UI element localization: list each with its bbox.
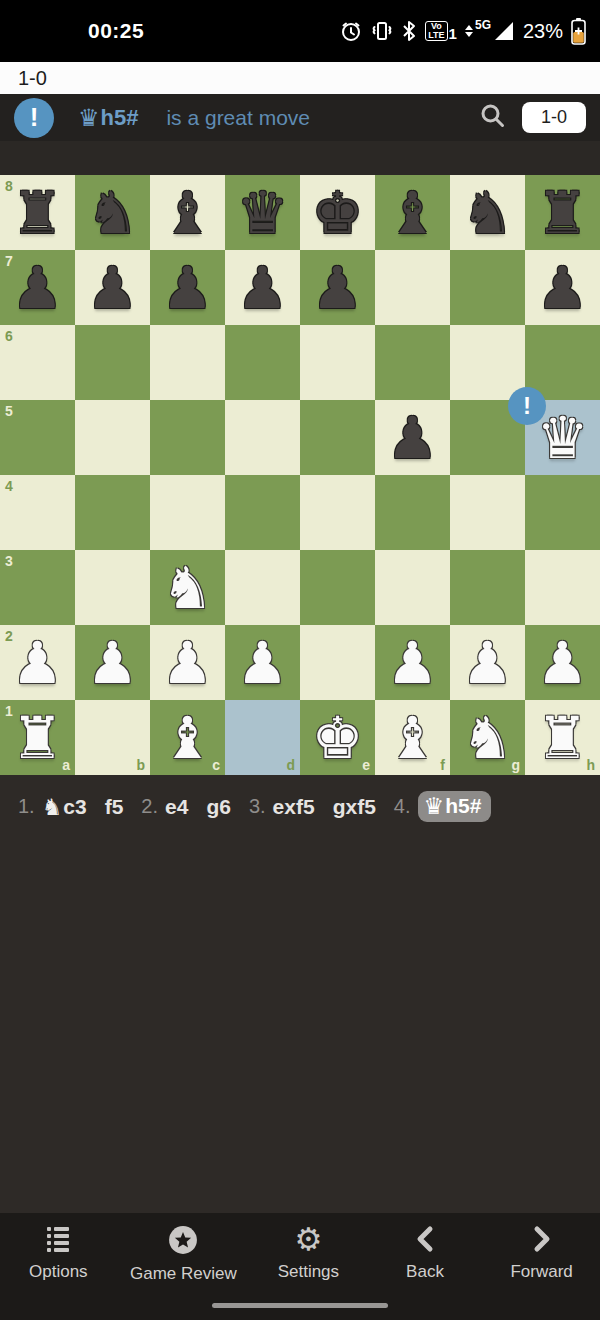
move-san[interactable]: exf5 bbox=[273, 795, 315, 819]
game-review-label: Game Review bbox=[130, 1264, 237, 1284]
game-review-button[interactable]: Game Review bbox=[130, 1225, 237, 1284]
square-a6[interactable]: 6 bbox=[0, 325, 75, 400]
piece-black-queen-d8[interactable]: ♛ bbox=[225, 175, 300, 250]
square-d4[interactable] bbox=[225, 475, 300, 550]
square-a7[interactable]: 7♟ bbox=[0, 250, 75, 325]
chess-board: 8♜♞♝♛♚♝♞♜7♟♟♟♟♟♟65♟♛43♞2♟♟♟♟♟♟♟1a♜bc♝de♚… bbox=[0, 175, 600, 775]
square-g2[interactable]: ♟ bbox=[450, 625, 525, 700]
home-indicator[interactable] bbox=[212, 1303, 388, 1308]
signal-5g-icon: 5G bbox=[465, 20, 515, 42]
piece-white-king-e1[interactable]: ♚ bbox=[300, 700, 375, 775]
piece-black-knight-g8[interactable]: ♞ bbox=[450, 175, 525, 250]
gear-icon: ⚙ bbox=[294, 1225, 322, 1253]
square-f2[interactable]: ♟ bbox=[375, 625, 450, 700]
status-icons: Vo LTE 1 5G 23% bbox=[339, 0, 586, 62]
piece-white-knight-g1[interactable]: ♞ bbox=[450, 700, 525, 775]
square-e2[interactable] bbox=[300, 625, 375, 700]
piece-black-pawn-c7[interactable]: ♟ bbox=[150, 250, 225, 325]
square-h8[interactable]: ♜ bbox=[525, 175, 600, 250]
piece-white-bishop-f1[interactable]: ♝ bbox=[375, 700, 450, 775]
square-g1[interactable]: g♞ bbox=[450, 700, 525, 775]
square-a5[interactable]: 5 bbox=[0, 400, 75, 475]
square-b3[interactable] bbox=[75, 550, 150, 625]
square-c1[interactable]: c♝ bbox=[150, 700, 225, 775]
square-f1[interactable]: f♝ bbox=[375, 700, 450, 775]
announcement-caption: is a great move bbox=[166, 106, 310, 130]
square-g4[interactable] bbox=[450, 475, 525, 550]
phone-screen: 00:25 Vo LTE bbox=[0, 0, 600, 1320]
square-d8[interactable]: ♛ bbox=[225, 175, 300, 250]
square-g8[interactable]: ♞ bbox=[450, 175, 525, 250]
square-e3[interactable] bbox=[300, 550, 375, 625]
square-f8[interactable]: ♝ bbox=[375, 175, 450, 250]
square-a8[interactable]: 8♜ bbox=[0, 175, 75, 250]
vibrate-icon bbox=[371, 19, 393, 43]
piece-white-rook-a1[interactable]: ♜ bbox=[0, 700, 75, 775]
square-f4[interactable] bbox=[375, 475, 450, 550]
move-current[interactable]: ♛h5# bbox=[418, 791, 492, 822]
square-f7[interactable] bbox=[375, 250, 450, 325]
back-label: Back bbox=[406, 1262, 444, 1282]
piece-black-pawn-a7[interactable]: ♟ bbox=[0, 250, 75, 325]
announced-move-text: h5# bbox=[101, 105, 139, 131]
square-a2[interactable]: 2♟ bbox=[0, 625, 75, 700]
square-b4[interactable] bbox=[75, 475, 150, 550]
bluetooth-icon bbox=[401, 19, 417, 43]
chevron-right-icon bbox=[529, 1225, 555, 1253]
result-bar[interactable]: 1-0 bbox=[0, 62, 600, 94]
square-h1[interactable]: h♜ bbox=[525, 700, 600, 775]
piece-white-pawn-b2[interactable]: ♟ bbox=[75, 625, 150, 700]
star-circle-icon bbox=[168, 1225, 198, 1255]
great-move-badge-icon: ! bbox=[14, 98, 54, 138]
search-icon[interactable] bbox=[479, 102, 506, 133]
game-result: 1-0 bbox=[18, 67, 47, 90]
piece-black-pawn-f5[interactable]: ♟ bbox=[375, 400, 450, 475]
rank-label-6: 6 bbox=[5, 328, 13, 344]
white-queen-figurine-icon: ♛ bbox=[78, 104, 100, 132]
board-area: 8♜♞♝♛♚♝♞♜7♟♟♟♟♟♟65♟♛43♞2♟♟♟♟♟♟♟1a♜bc♝de♚… bbox=[0, 141, 600, 775]
square-a3[interactable]: 3 bbox=[0, 550, 75, 625]
piece-white-pawn-d2[interactable]: ♟ bbox=[225, 625, 300, 700]
piece-white-pawn-f2[interactable]: ♟ bbox=[375, 625, 450, 700]
chevron-left-icon bbox=[412, 1225, 438, 1253]
square-e6[interactable] bbox=[300, 325, 375, 400]
square-g3[interactable] bbox=[450, 550, 525, 625]
piece-white-pawn-a2[interactable]: ♟ bbox=[0, 625, 75, 700]
move-san[interactable]: ♞c3 bbox=[42, 794, 87, 820]
announced-move: ♛ h5# bbox=[78, 104, 138, 132]
move-number: 2. bbox=[141, 795, 158, 818]
square-c7[interactable]: ♟ bbox=[150, 250, 225, 325]
piece-white-knight-c3[interactable]: ♞ bbox=[150, 550, 225, 625]
forward-button[interactable]: Forward bbox=[497, 1225, 587, 1282]
move-list[interactable]: 1.♞c3f52.e4g63.exf5gxf54.♛h5# bbox=[0, 775, 600, 822]
square-e8[interactable]: ♚ bbox=[300, 175, 375, 250]
status-bar: 00:25 Vo LTE bbox=[0, 0, 600, 62]
square-d3[interactable] bbox=[225, 550, 300, 625]
square-h4[interactable] bbox=[525, 475, 600, 550]
square-a4[interactable]: 4 bbox=[0, 475, 75, 550]
square-b8[interactable]: ♞ bbox=[75, 175, 150, 250]
piece-white-rook-h1[interactable]: ♜ bbox=[525, 700, 600, 775]
square-h7[interactable]: ♟ bbox=[525, 250, 600, 325]
piece-black-knight-b8[interactable]: ♞ bbox=[75, 175, 150, 250]
list-icon bbox=[43, 1225, 73, 1253]
piece-black-pawn-b7[interactable]: ♟ bbox=[75, 250, 150, 325]
square-c6[interactable] bbox=[150, 325, 225, 400]
square-h2[interactable]: ♟ bbox=[525, 625, 600, 700]
move-san[interactable]: f5 bbox=[105, 795, 124, 819]
rank-label-4: 4 bbox=[5, 478, 13, 494]
piece-black-pawn-h7[interactable]: ♟ bbox=[525, 250, 600, 325]
volte-icon: Vo LTE 1 bbox=[425, 21, 457, 41]
clock-time: 00:25 bbox=[88, 0, 144, 62]
file-label-b: b bbox=[136, 757, 145, 773]
square-g7[interactable] bbox=[450, 250, 525, 325]
square-d2[interactable]: ♟ bbox=[225, 625, 300, 700]
square-c4[interactable] bbox=[150, 475, 225, 550]
piece-black-pawn-e7[interactable]: ♟ bbox=[300, 250, 375, 325]
piece-black-bishop-f8[interactable]: ♝ bbox=[375, 175, 450, 250]
settings-button[interactable]: ⚙ Settings bbox=[263, 1225, 353, 1282]
file-label-d: d bbox=[286, 757, 295, 773]
volte-bottom-label: LTE bbox=[428, 31, 444, 40]
settings-label: Settings bbox=[278, 1262, 339, 1282]
lower-panel: 1.♞c3f52.e4g63.exf5gxf54.♛h5# bbox=[0, 775, 600, 1213]
move-number: 4. bbox=[394, 795, 411, 818]
square-e5[interactable] bbox=[300, 400, 375, 475]
square-e7[interactable]: ♟ bbox=[300, 250, 375, 325]
square-d1[interactable]: d bbox=[225, 700, 300, 775]
square-f6[interactable] bbox=[375, 325, 450, 400]
piece-white-pawn-c2[interactable]: ♟ bbox=[150, 625, 225, 700]
square-g6[interactable] bbox=[450, 325, 525, 400]
forward-label: Forward bbox=[510, 1262, 572, 1282]
piece-white-pawn-g2[interactable]: ♟ bbox=[450, 625, 525, 700]
options-label: Options bbox=[29, 1262, 88, 1282]
square-a1[interactable]: 1a♜ bbox=[0, 700, 75, 775]
piece-black-pawn-d7[interactable]: ♟ bbox=[225, 250, 300, 325]
move-san[interactable]: e4 bbox=[165, 795, 188, 819]
move-san[interactable]: g6 bbox=[206, 795, 231, 819]
rank-label-3: 3 bbox=[5, 553, 13, 569]
figurine-icon: ♞ bbox=[42, 794, 63, 820]
square-c5[interactable] bbox=[150, 400, 225, 475]
move-san[interactable]: gxf5 bbox=[333, 795, 376, 819]
square-e4[interactable] bbox=[300, 475, 375, 550]
options-button[interactable]: Options bbox=[13, 1225, 103, 1282]
piece-white-bishop-c1[interactable]: ♝ bbox=[150, 700, 225, 775]
figurine-icon: ♛ bbox=[424, 793, 445, 819]
piece-white-pawn-h2[interactable]: ♟ bbox=[525, 625, 600, 700]
back-button[interactable]: Back bbox=[380, 1225, 470, 1282]
alarm-clock-icon bbox=[339, 19, 363, 43]
network-label: 5G bbox=[475, 18, 491, 32]
piece-black-rook-h8[interactable]: ♜ bbox=[525, 175, 600, 250]
square-d6[interactable] bbox=[225, 325, 300, 400]
square-b2[interactable]: ♟ bbox=[75, 625, 150, 700]
square-f3[interactable] bbox=[375, 550, 450, 625]
volte-number: 1 bbox=[449, 26, 457, 41]
square-f5[interactable]: ♟ bbox=[375, 400, 450, 475]
square-b7[interactable]: ♟ bbox=[75, 250, 150, 325]
square-b6[interactable] bbox=[75, 325, 150, 400]
square-b1[interactable]: b bbox=[75, 700, 150, 775]
square-c3[interactable]: ♞ bbox=[150, 550, 225, 625]
rank-label-5: 5 bbox=[5, 403, 13, 419]
square-c2[interactable]: ♟ bbox=[150, 625, 225, 700]
square-b5[interactable] bbox=[75, 400, 150, 475]
square-d7[interactable]: ♟ bbox=[225, 250, 300, 325]
great-move-square-badge-icon: ! bbox=[508, 387, 546, 425]
square-h3[interactable] bbox=[525, 550, 600, 625]
square-c8[interactable]: ♝ bbox=[150, 175, 225, 250]
result-button[interactable]: 1-0 bbox=[522, 102, 586, 133]
battery-charging-icon bbox=[571, 18, 586, 45]
move-number: 3. bbox=[249, 795, 266, 818]
piece-black-king-e8[interactable]: ♚ bbox=[300, 175, 375, 250]
move-number: 1. bbox=[18, 795, 35, 818]
square-e1[interactable]: e♚ bbox=[300, 700, 375, 775]
piece-black-rook-a8[interactable]: ♜ bbox=[0, 175, 75, 250]
piece-black-bishop-c8[interactable]: ♝ bbox=[150, 175, 225, 250]
move-announcement-bar: ! ♛ h5# is a great move 1-0 bbox=[0, 94, 600, 141]
square-d5[interactable] bbox=[225, 400, 300, 475]
battery-percent: 23% bbox=[523, 20, 563, 43]
